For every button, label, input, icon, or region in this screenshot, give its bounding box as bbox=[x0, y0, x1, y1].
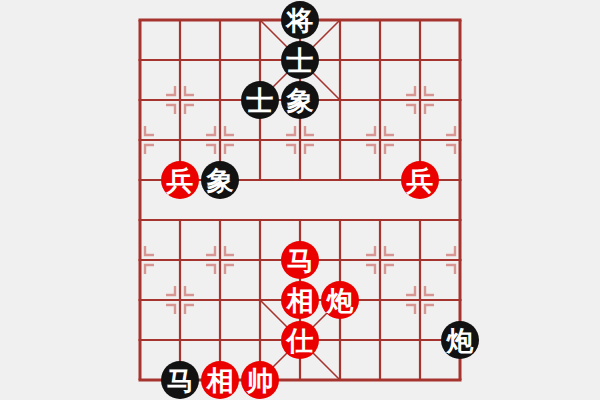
app-background: 将士士象象马炮兵兵马相炮仕相帅 bbox=[0, 0, 600, 400]
piece-red-elephant-2[interactable]: 相 bbox=[201, 361, 239, 399]
piece-red-elephant-1[interactable]: 相 bbox=[281, 281, 319, 319]
piece-black-general[interactable]: 将 bbox=[281, 1, 319, 39]
piece-black-elephant-2[interactable]: 象 bbox=[201, 161, 239, 199]
piece-red-general[interactable]: 帅 bbox=[241, 361, 279, 399]
xiangqi-board: 将士士象象马炮兵兵马相炮仕相帅 bbox=[120, 0, 480, 400]
piece-red-advisor[interactable]: 仕 bbox=[281, 321, 319, 359]
piece-black-advisor-1[interactable]: 士 bbox=[281, 41, 319, 79]
piece-black-elephant-1[interactable]: 象 bbox=[281, 81, 319, 119]
piece-black-cannon[interactable]: 炮 bbox=[441, 321, 479, 359]
piece-red-pawn-1[interactable]: 兵 bbox=[161, 161, 199, 199]
piece-black-horse[interactable]: 马 bbox=[161, 361, 199, 399]
piece-red-horse[interactable]: 马 bbox=[281, 241, 319, 279]
piece-red-cannon[interactable]: 炮 bbox=[321, 281, 359, 319]
piece-red-pawn-2[interactable]: 兵 bbox=[401, 161, 439, 199]
piece-black-advisor-2[interactable]: 士 bbox=[241, 81, 279, 119]
